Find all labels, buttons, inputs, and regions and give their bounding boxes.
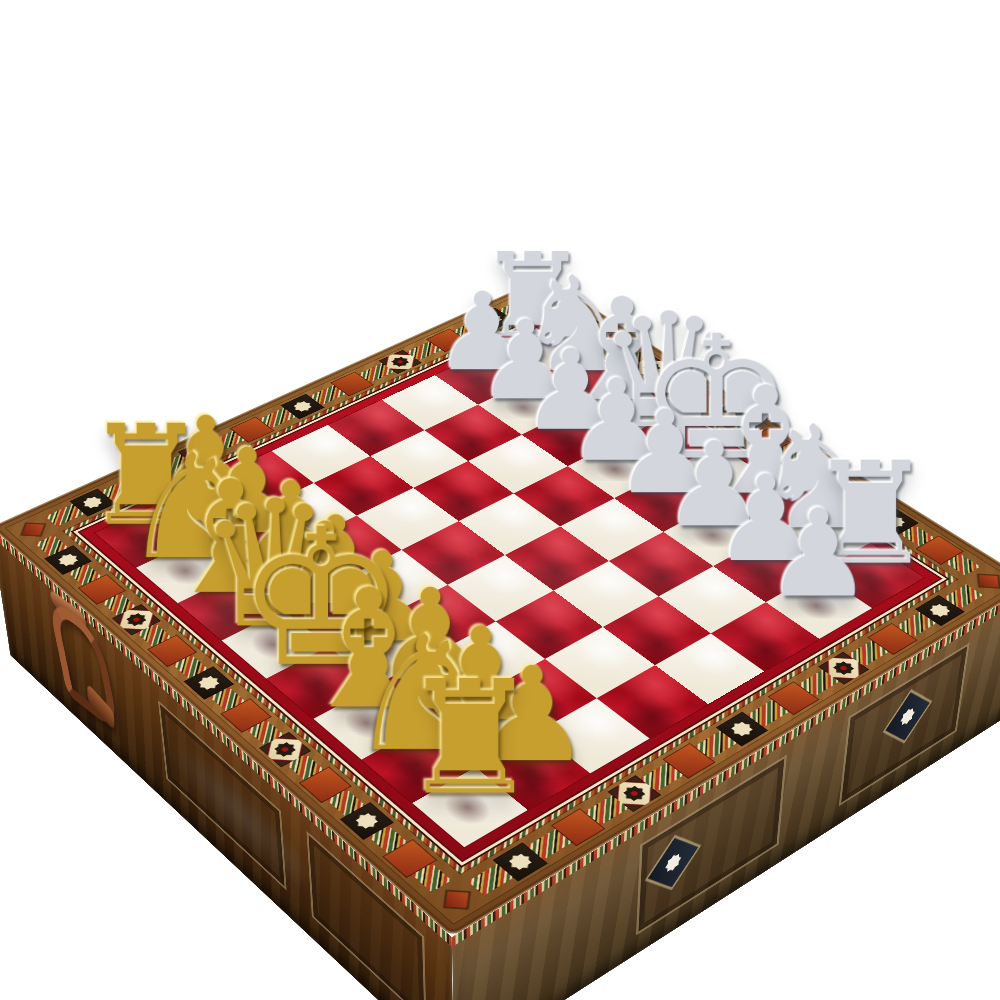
mosaic-ribbon — [694, 731, 737, 759]
mosaic-ribbon — [412, 863, 451, 892]
mosaic-ribbon — [896, 612, 936, 637]
mosaic-ribbon — [584, 795, 628, 825]
piece-glyph: ♟ — [765, 496, 873, 611]
mosaic-ribbon — [468, 864, 514, 896]
board-top: ♜♞♝♛♚♝♞♜♟♟♟♟♟♟♟♟♟♟♟♟♟♟♟♟♜♞♝♛♚♝♞♜ — [0, 277, 1000, 937]
mosaic-ribbon — [943, 584, 983, 608]
mosaic-ribbon — [209, 687, 245, 712]
mosaic-ribbon — [68, 564, 102, 586]
mosaic-ribbon — [327, 789, 365, 816]
mosaic-ribbon — [527, 829, 572, 860]
chess-set-photo: ♜♞♝♛♚♝♞♜♟♟♟♟♟♟♟♟♟♟♟♟♟♟♟♟♜♞♝♛♚♝♞♜ — [0, 0, 1000, 1000]
mosaic-ribbon — [747, 700, 789, 727]
mosaic-ribbon — [102, 593, 136, 615]
mosaic-ribbon — [172, 655, 207, 679]
piece-glyph: ♜ — [399, 664, 540, 813]
mosaic-ribbon — [369, 826, 408, 854]
mosaic-ribbon — [640, 763, 683, 792]
mosaic-corner — [958, 563, 1000, 600]
mosaic-ribbon — [247, 720, 284, 745]
mosaic-ribbon — [848, 641, 889, 667]
chess-board: ♜♞♝♛♚♝♞♜♟♟♟♟♟♟♟♟♟♟♟♟♟♟♟♟♜♞♝♛♚♝♞♜ — [0, 277, 1000, 937]
mosaic-ribbon — [287, 754, 324, 780]
mosaic-ribbon — [798, 670, 839, 697]
